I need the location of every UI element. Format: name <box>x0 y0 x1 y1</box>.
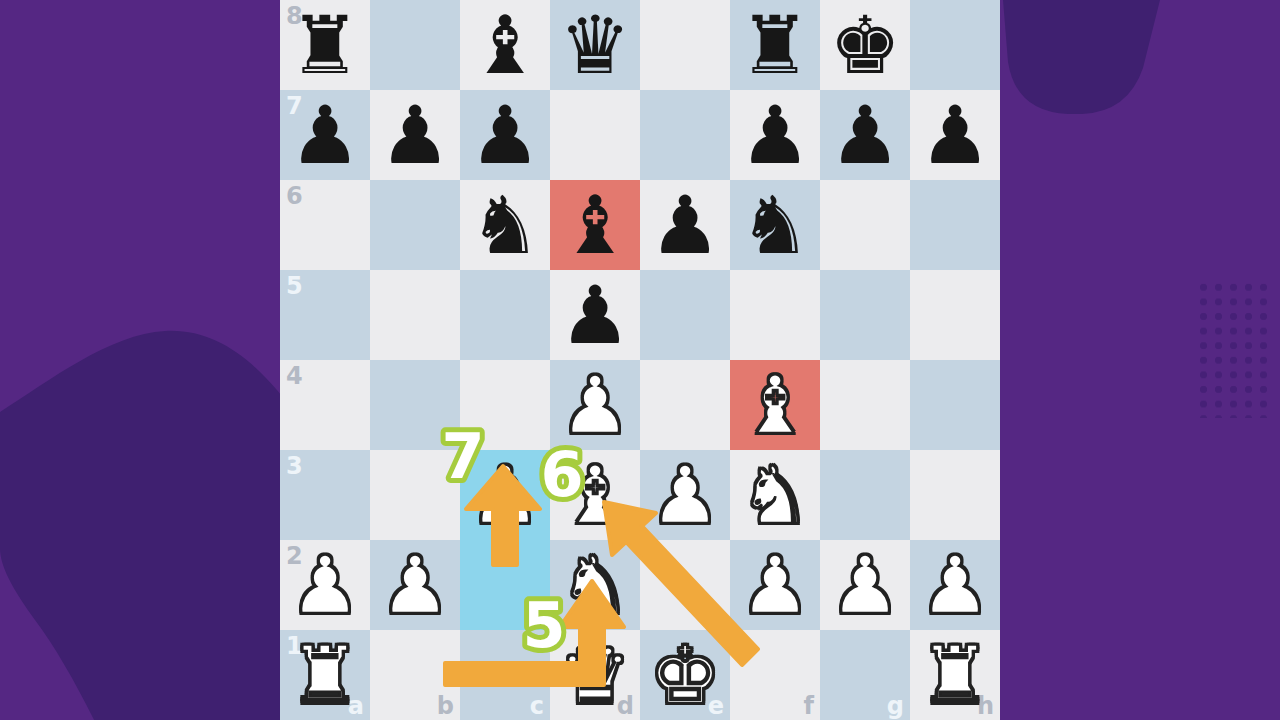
file-label-g: g <box>887 692 904 720</box>
piece-black-pawn-f7[interactable]: ♟ <box>730 90 820 180</box>
square-c6[interactable]: ♞ <box>460 180 550 270</box>
square-a4[interactable]: 4 <box>280 360 370 450</box>
piece-black-pawn-a7[interactable]: ♟ <box>280 90 370 180</box>
piece-white-bishop-d3[interactable]: ♝ <box>550 450 640 540</box>
rank-label-5: 5 <box>286 272 303 300</box>
piece-white-pawn-c3[interactable]: ♟ <box>460 450 550 540</box>
square-c7[interactable]: ♟ <box>460 90 550 180</box>
square-c4[interactable] <box>460 360 550 450</box>
square-d2[interactable]: ♞ <box>550 540 640 630</box>
background-blob-top-right <box>1003 0 1160 114</box>
piece-white-pawn-d4[interactable]: ♟ <box>550 360 640 450</box>
square-b8[interactable] <box>370 0 460 90</box>
square-f3[interactable]: ♞ <box>730 450 820 540</box>
square-d7[interactable] <box>550 90 640 180</box>
square-f2[interactable]: ♟ <box>730 540 820 630</box>
piece-white-bishop-f4[interactable]: ♝ <box>730 360 820 450</box>
square-a3[interactable]: 3 <box>280 450 370 540</box>
square-h7[interactable]: ♟ <box>910 90 1000 180</box>
page-background: 8♜♝♛♜♚7♟♟♟♟♟♟6♞♝♟♞5♟4♟♝3♟♝♟♞2♟♟♞♟♟♟1a♜bc… <box>0 0 1280 720</box>
square-b7[interactable]: ♟ <box>370 90 460 180</box>
piece-black-bishop-d6[interactable]: ♝ <box>550 180 640 270</box>
piece-black-pawn-h7[interactable]: ♟ <box>910 90 1000 180</box>
square-c5[interactable] <box>460 270 550 360</box>
square-f5[interactable] <box>730 270 820 360</box>
square-h3[interactable] <box>910 450 1000 540</box>
piece-black-knight-c6[interactable]: ♞ <box>460 180 550 270</box>
square-b6[interactable] <box>370 180 460 270</box>
square-d6[interactable]: ♝ <box>550 180 640 270</box>
square-d1[interactable]: d♛ <box>550 630 640 720</box>
square-d3[interactable]: ♝ <box>550 450 640 540</box>
piece-white-pawn-g2[interactable]: ♟ <box>820 540 910 630</box>
square-e8[interactable] <box>640 0 730 90</box>
dot-grid-decoration <box>1196 280 1270 418</box>
piece-white-pawn-f2[interactable]: ♟ <box>730 540 820 630</box>
piece-white-pawn-e3[interactable]: ♟ <box>640 450 730 540</box>
square-g5[interactable] <box>820 270 910 360</box>
square-d8[interactable]: ♛ <box>550 0 640 90</box>
square-e6[interactable]: ♟ <box>640 180 730 270</box>
piece-black-pawn-e6[interactable]: ♟ <box>640 180 730 270</box>
square-g8[interactable]: ♚ <box>820 0 910 90</box>
square-g1[interactable]: g <box>820 630 910 720</box>
square-b2[interactable]: ♟ <box>370 540 460 630</box>
piece-black-pawn-g7[interactable]: ♟ <box>820 90 910 180</box>
piece-black-queen-d8[interactable]: ♛ <box>550 0 640 90</box>
square-a8[interactable]: 8♜ <box>280 0 370 90</box>
file-label-c: c <box>530 692 544 720</box>
rank-label-4: 4 <box>286 362 303 390</box>
piece-black-king-g8[interactable]: ♚ <box>820 0 910 90</box>
piece-white-knight-d2[interactable]: ♞ <box>550 540 640 630</box>
file-label-b: b <box>437 692 454 720</box>
square-h1[interactable]: h♜ <box>910 630 1000 720</box>
square-b1[interactable]: b <box>370 630 460 720</box>
square-h4[interactable] <box>910 360 1000 450</box>
square-h5[interactable] <box>910 270 1000 360</box>
background-blob-left <box>0 331 300 720</box>
square-f1[interactable]: f <box>730 630 820 720</box>
piece-black-knight-f6[interactable]: ♞ <box>730 180 820 270</box>
square-c8[interactable]: ♝ <box>460 0 550 90</box>
square-a2[interactable]: 2♟ <box>280 540 370 630</box>
square-g4[interactable] <box>820 360 910 450</box>
piece-white-pawn-h2[interactable]: ♟ <box>910 540 1000 630</box>
piece-white-rook-a1[interactable]: ♜ <box>280 630 370 720</box>
square-f4[interactable]: ♝ <box>730 360 820 450</box>
square-c2[interactable] <box>460 540 550 630</box>
square-g7[interactable]: ♟ <box>820 90 910 180</box>
square-g6[interactable] <box>820 180 910 270</box>
square-g3[interactable] <box>820 450 910 540</box>
piece-black-pawn-c7[interactable]: ♟ <box>460 90 550 180</box>
piece-white-pawn-a2[interactable]: ♟ <box>280 540 370 630</box>
square-d5[interactable]: ♟ <box>550 270 640 360</box>
piece-white-knight-f3[interactable]: ♞ <box>730 450 820 540</box>
piece-black-rook-f8[interactable]: ♜ <box>730 0 820 90</box>
piece-black-bishop-c8[interactable]: ♝ <box>460 0 550 90</box>
square-b3[interactable] <box>370 450 460 540</box>
square-h6[interactable] <box>910 180 1000 270</box>
file-label-f: f <box>804 692 814 720</box>
square-f8[interactable]: ♜ <box>730 0 820 90</box>
square-h2[interactable]: ♟ <box>910 540 1000 630</box>
piece-black-rook-a8[interactable]: ♜ <box>280 0 370 90</box>
piece-white-queen-d1[interactable]: ♛ <box>550 630 640 720</box>
square-e1[interactable]: e♚ <box>640 630 730 720</box>
square-a1[interactable]: 1a♜ <box>280 630 370 720</box>
square-e5[interactable] <box>640 270 730 360</box>
square-a6[interactable]: 6 <box>280 180 370 270</box>
square-a5[interactable]: 5 <box>280 270 370 360</box>
chess-board: 8♜♝♛♜♚7♟♟♟♟♟♟6♞♝♟♞5♟4♟♝3♟♝♟♞2♟♟♞♟♟♟1a♜bc… <box>280 0 1000 720</box>
piece-black-pawn-b7[interactable]: ♟ <box>370 90 460 180</box>
square-h8[interactable] <box>910 0 1000 90</box>
square-a7[interactable]: 7♟ <box>280 90 370 180</box>
square-e2[interactable] <box>640 540 730 630</box>
piece-white-rook-h1[interactable]: ♜ <box>910 630 1000 720</box>
square-e3[interactable]: ♟ <box>640 450 730 540</box>
square-e4[interactable] <box>640 360 730 450</box>
piece-white-king-e1[interactable]: ♚ <box>640 630 730 720</box>
square-f7[interactable]: ♟ <box>730 90 820 180</box>
rank-label-3: 3 <box>286 452 303 480</box>
square-b5[interactable] <box>370 270 460 360</box>
square-d4[interactable]: ♟ <box>550 360 640 450</box>
piece-white-pawn-b2[interactable]: ♟ <box>370 540 460 630</box>
piece-black-pawn-d5[interactable]: ♟ <box>550 270 640 360</box>
square-g2[interactable]: ♟ <box>820 540 910 630</box>
rank-label-6: 6 <box>286 182 303 210</box>
square-c3[interactable]: ♟ <box>460 450 550 540</box>
square-f6[interactable]: ♞ <box>730 180 820 270</box>
square-e7[interactable] <box>640 90 730 180</box>
square-b4[interactable] <box>370 360 460 450</box>
square-c1[interactable]: c <box>460 630 550 720</box>
